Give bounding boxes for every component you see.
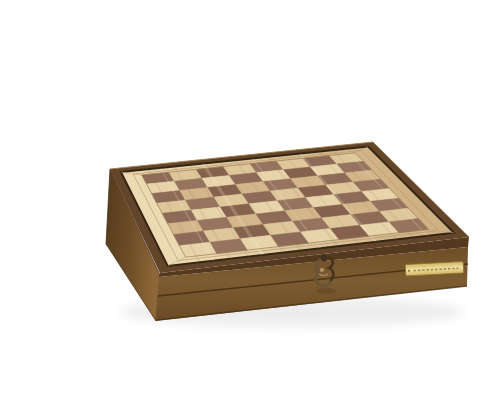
clasp-knob: [320, 268, 324, 272]
clasp-shadow: [316, 288, 336, 294]
scene-svg: [40, 16, 500, 400]
plaque-base: [405, 261, 464, 276]
clasp-pivot: [321, 255, 328, 262]
brass-plaque-icon: [405, 261, 464, 276]
chess-box-product-photo: Product photo of a closed dark walnut ch…: [40, 16, 500, 400]
